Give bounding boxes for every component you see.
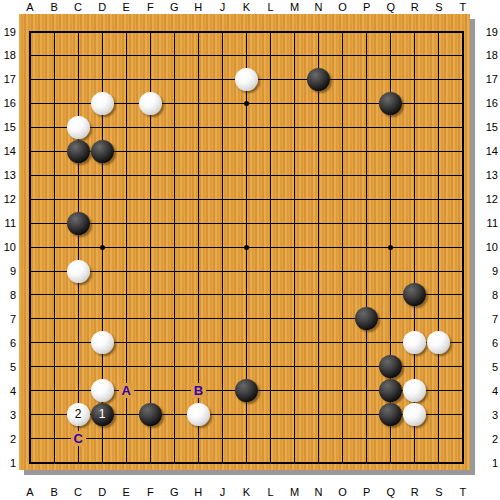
stone-black[interactable]	[403, 283, 426, 306]
coordinate-column-top: J	[212, 1, 232, 13]
stone-white[interactable]	[403, 403, 426, 426]
grid-line-vertical	[270, 31, 271, 464]
stone-white[interactable]	[427, 331, 450, 354]
coordinate-column-bottom: E	[116, 486, 136, 498]
stone-white[interactable]	[403, 379, 426, 402]
coordinate-row-right: 12	[483, 193, 498, 205]
coordinate-row-left: 18	[1, 49, 16, 61]
stone-black[interactable]	[379, 92, 402, 115]
coordinate-column-bottom: T	[453, 486, 473, 498]
coordinate-row-left: 3	[1, 409, 16, 421]
stone-white[interactable]	[403, 331, 426, 354]
stone-white[interactable]	[235, 68, 258, 91]
stone-black[interactable]	[379, 355, 402, 378]
coordinate-row-left: 8	[1, 289, 16, 301]
coordinate-row-left: 2	[1, 433, 16, 445]
coordinate-column-bottom: P	[357, 486, 377, 498]
stone-black[interactable]	[235, 379, 258, 402]
stone-white[interactable]	[139, 92, 162, 115]
stone-white[interactable]: 2	[67, 403, 90, 426]
coordinate-column-top: T	[453, 1, 473, 13]
stone-black[interactable]	[67, 140, 90, 163]
coordinate-column-bottom: L	[261, 486, 281, 498]
coordinate-column-top: R	[405, 1, 425, 13]
coordinate-column-top: S	[429, 1, 449, 13]
move-number-label: 2	[75, 403, 82, 426]
coordinate-column-top: H	[188, 1, 208, 13]
coordinate-column-bottom: O	[333, 486, 353, 498]
coordinate-row-left: 9	[1, 265, 16, 277]
coordinate-row-right: 13	[483, 169, 498, 181]
coordinate-row-right: 17	[483, 73, 498, 85]
stone-white[interactable]	[91, 331, 114, 354]
coordinate-column-bottom: G	[164, 486, 184, 498]
stone-black[interactable]	[379, 379, 402, 402]
coordinate-column-bottom: C	[68, 486, 88, 498]
grid-line-vertical	[366, 31, 367, 464]
coordinate-row-left: 13	[1, 169, 16, 181]
coordinate-row-left: 12	[1, 193, 16, 205]
coordinate-row-left: 1	[1, 457, 16, 469]
coordinate-column-top: D	[92, 1, 112, 13]
coordinate-row-right: 3	[483, 409, 498, 421]
coordinate-row-right: 5	[483, 361, 498, 373]
coordinate-row-right: 8	[483, 289, 498, 301]
stone-black[interactable]	[307, 68, 330, 91]
stone-white[interactable]	[67, 260, 90, 283]
coordinate-row-right: 15	[483, 121, 498, 133]
coordinate-row-right: 14	[483, 145, 498, 157]
coordinate-column-top: N	[309, 1, 329, 13]
coordinate-row-right: 19	[483, 26, 498, 38]
grid-line-vertical	[318, 31, 319, 464]
coordinate-column-bottom: K	[236, 486, 256, 498]
coordinate-column-bottom: F	[140, 486, 160, 498]
grid-line-horizontal	[29, 318, 464, 319]
coordinate-row-left: 19	[1, 26, 16, 38]
coordinate-column-top: O	[333, 1, 353, 13]
stone-white[interactable]	[67, 116, 90, 139]
stone-white[interactable]	[91, 92, 114, 115]
coordinate-row-right: 1	[483, 457, 498, 469]
move-number-label: 1	[99, 403, 106, 426]
grid-line-horizontal	[29, 462, 464, 464]
coordinate-row-right: 6	[483, 337, 498, 349]
coordinate-row-left: 10	[1, 241, 16, 253]
stone-black[interactable]	[91, 140, 114, 163]
stone-black[interactable]	[139, 403, 162, 426]
stone-black[interactable]: 1	[91, 403, 114, 426]
coordinate-row-left: 17	[1, 73, 16, 85]
stone-white[interactable]	[91, 379, 114, 402]
coordinate-column-bottom: B	[44, 486, 64, 498]
coordinate-row-left: 7	[1, 313, 16, 325]
coordinate-column-top: F	[140, 1, 160, 13]
coordinate-row-right: 11	[483, 217, 498, 229]
coordinate-column-top: P	[357, 1, 377, 13]
coordinate-row-right: 7	[483, 313, 498, 325]
point-marker-c[interactable]: C	[71, 431, 86, 446]
coordinate-row-left: 16	[1, 97, 16, 109]
coordinate-row-left: 14	[1, 145, 16, 157]
point-marker-b[interactable]: B	[191, 383, 206, 398]
coordinate-column-bottom: H	[188, 486, 208, 498]
coordinate-column-bottom: R	[405, 486, 425, 498]
coordinate-column-top: E	[116, 1, 136, 13]
coordinate-column-top: Q	[381, 1, 401, 13]
coordinate-row-right: 4	[483, 385, 498, 397]
grid-line-horizontal	[29, 294, 464, 295]
coordinate-column-bottom: N	[309, 486, 329, 498]
coordinate-row-right: 10	[483, 241, 498, 253]
stone-black[interactable]	[355, 307, 378, 330]
go-diagram-page: 12ABC AABBCCDDEEFFGGHHJJKKLLMMNNOOPPQQRR…	[0, 0, 500, 500]
grid-line-vertical	[462, 31, 464, 464]
coordinate-row-left: 4	[1, 385, 16, 397]
grid-line-horizontal	[29, 271, 464, 272]
star-point	[244, 245, 249, 250]
grid-line-vertical	[438, 31, 439, 464]
coordinate-column-bottom: A	[20, 486, 40, 498]
coordinate-column-top: A	[20, 1, 40, 13]
grid-line-vertical	[294, 31, 295, 464]
coordinate-column-bottom: Q	[381, 486, 401, 498]
grid-line-horizontal	[29, 438, 464, 439]
coordinate-row-right: 16	[483, 97, 498, 109]
coordinate-column-bottom: S	[429, 486, 449, 498]
point-marker-a[interactable]: A	[119, 383, 134, 398]
star-point	[244, 101, 249, 106]
coordinate-row-right: 2	[483, 433, 498, 445]
stone-white[interactable]	[187, 403, 210, 426]
goban[interactable]: 12ABC	[19, 14, 470, 470]
coordinate-row-left: 6	[1, 337, 16, 349]
star-point	[388, 245, 393, 250]
coordinate-row-left: 11	[1, 217, 16, 229]
coordinate-column-top: M	[285, 1, 305, 13]
coordinate-column-top: G	[164, 1, 184, 13]
stone-black[interactable]	[67, 212, 90, 235]
star-point	[100, 245, 105, 250]
coordinate-row-right: 9	[483, 265, 498, 277]
coordinate-column-top: K	[236, 1, 256, 13]
coordinate-row-left: 15	[1, 121, 16, 133]
coordinate-row-right: 18	[483, 49, 498, 61]
coordinate-column-top: L	[261, 1, 281, 13]
coordinate-column-bottom: M	[285, 486, 305, 498]
stone-black[interactable]	[379, 403, 402, 426]
coordinate-row-left: 5	[1, 361, 16, 373]
coordinate-column-top: C	[68, 1, 88, 13]
coordinate-column-top: B	[44, 1, 64, 13]
grid-line-vertical	[342, 31, 343, 464]
coordinate-column-bottom: J	[212, 486, 232, 498]
coordinate-column-bottom: D	[92, 486, 112, 498]
